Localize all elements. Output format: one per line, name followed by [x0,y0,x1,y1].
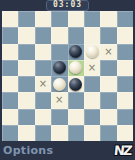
cell-a8[interactable] [2,125,18,141]
cell-g4[interactable] [100,60,116,76]
cell-g3[interactable]: × [100,44,116,60]
cell-h2[interactable] [117,27,133,43]
cell-b2[interactable] [18,27,34,43]
black-disc [69,78,82,91]
cell-d4[interactable] [51,60,67,76]
cell-e7[interactable] [68,109,84,125]
cell-b8[interactable] [18,125,34,141]
cell-g5[interactable] [100,76,116,92]
cell-h7[interactable] [117,109,133,125]
legal-move-marker[interactable]: × [55,95,63,105]
cell-c6[interactable] [35,92,51,108]
cell-h3[interactable] [117,44,133,60]
cell-g8[interactable] [100,125,116,141]
cell-h8[interactable] [117,125,133,141]
cell-d5[interactable] [51,76,67,92]
cell-d1[interactable] [51,11,67,27]
cell-h1[interactable] [117,11,133,27]
nz-logo: NZ [113,144,133,157]
white-disc [53,78,66,91]
cell-c7[interactable] [35,109,51,125]
cell-g2[interactable] [100,27,116,43]
cell-a1[interactable] [2,11,18,27]
cell-h5[interactable] [117,76,133,92]
cell-h6[interactable] [117,92,133,108]
cell-d2[interactable] [51,27,67,43]
cell-e1[interactable] [68,11,84,27]
cell-g7[interactable] [100,109,116,125]
cell-b3[interactable] [18,44,34,60]
cell-c1[interactable] [35,11,51,27]
options-softkey[interactable]: Options [3,145,53,156]
cell-c8[interactable] [35,125,51,141]
cell-b1[interactable] [18,11,34,27]
softkey-bar: Options NZ [0,141,135,160]
cell-a6[interactable] [2,92,18,108]
cell-f3[interactable] [84,44,100,60]
cell-e2[interactable] [68,27,84,43]
game-timer: 03:03 [46,0,89,11]
cell-d6[interactable]: × [51,92,67,108]
cell-g6[interactable] [100,92,116,108]
cell-f8[interactable] [84,125,100,141]
cell-a3[interactable] [2,44,18,60]
cell-e5[interactable] [68,76,84,92]
black-disc [69,45,82,58]
cell-e6[interactable] [68,92,84,108]
legal-move-marker[interactable]: × [88,63,96,73]
board: ×××× [2,11,133,141]
cell-b5[interactable] [18,76,34,92]
cell-d3[interactable] [51,44,67,60]
legal-move-marker[interactable]: × [104,47,112,57]
cell-e8[interactable] [68,125,84,141]
white-disc [69,61,82,74]
cell-e4[interactable] [68,60,84,76]
cell-f1[interactable] [84,11,100,27]
cell-a4[interactable] [2,60,18,76]
cell-g1[interactable] [100,11,116,27]
cell-d8[interactable] [51,125,67,141]
cell-f6[interactable] [84,92,100,108]
cell-b4[interactable] [18,60,34,76]
cell-c4[interactable] [35,60,51,76]
cell-b7[interactable] [18,109,34,125]
top-status-bar: 03:03 [0,0,135,11]
cell-h4[interactable] [117,60,133,76]
cell-f2[interactable] [84,27,100,43]
cell-b6[interactable] [18,92,34,108]
black-disc [53,61,66,74]
cell-a7[interactable] [2,109,18,125]
cell-e3[interactable] [68,44,84,60]
cell-f5[interactable] [84,76,100,92]
legal-move-marker[interactable]: × [39,79,47,89]
cell-a5[interactable] [2,76,18,92]
white-disc [86,45,99,58]
phone-screen: 03:03 ×××× Options NZ [0,0,135,160]
cell-d7[interactable] [51,109,67,125]
cell-f7[interactable] [84,109,100,125]
cell-a2[interactable] [2,27,18,43]
cell-c2[interactable] [35,27,51,43]
cell-c5[interactable]: × [35,76,51,92]
cell-f4[interactable]: × [84,60,100,76]
cell-c3[interactable] [35,44,51,60]
